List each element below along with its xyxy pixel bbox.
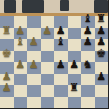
square-f1[interactable] [68,97,82,109]
square-g3[interactable] [81,74,95,86]
square-g4[interactable]: ♞ [81,62,95,74]
black-rook-f2[interactable]: ♜ [68,82,82,94]
square-a5[interactable]: ♚ [0,51,14,63]
tan-pawn-a2[interactable]: ♟ [0,82,14,94]
square-b3[interactable] [14,74,28,86]
square-e1[interactable] [54,97,68,109]
square-e6[interactable]: ♝ [54,39,68,51]
square-c2[interactable] [27,85,41,97]
square-b1[interactable] [14,97,28,109]
square-c6[interactable]: ♟ [27,39,41,51]
square-b4[interactable]: ♟ [14,62,28,74]
square-f4[interactable]: ♟ [68,62,82,74]
black-pawn-g6[interactable]: ♟ [81,36,95,48]
square-d4[interactable] [41,62,55,74]
square-d7[interactable]: ♟ [41,28,55,40]
tan-king-a5[interactable]: ♚ [0,48,14,60]
square-d6[interactable] [41,39,55,51]
square-a2[interactable]: ♟ [0,85,14,97]
square-e3[interactable] [54,74,68,86]
square-c8[interactable] [27,16,41,28]
square-a1[interactable] [0,97,14,109]
square-b2[interactable] [14,85,28,97]
tan-pawn-b4[interactable]: ♟ [14,59,28,71]
square-e4[interactable]: ♟ [54,62,68,74]
chess-board: ♝♜♜♟♟♟♟♟♝♟♝♟♟♚♚♟♟♟♟♞♟♟♟♜ [0,16,108,108]
square-d3[interactable] [41,74,55,86]
square-h1[interactable] [95,97,109,109]
square-g6[interactable]: ♟ [81,39,95,51]
square-c3[interactable] [27,74,41,86]
square-h5[interactable]: ♚ [95,51,109,63]
black-pawn-f4[interactable]: ♟ [68,59,82,71]
square-f8[interactable] [68,16,82,28]
square-e2[interactable] [54,85,68,97]
square-h2[interactable] [95,85,109,97]
square-d2[interactable] [41,85,55,97]
black-pawn-h6[interactable]: ♟ [95,36,109,48]
chess-photo-scene: ♝♜♜♟♟♟♟♟♝♟♝♟♟♚♚♟♟♟♟♞♟♟♟♜ [0,0,108,108]
wall-window-4 [94,0,108,13]
square-c4[interactable]: ♟ [27,62,41,74]
square-h3[interactable]: ♟ [95,74,109,86]
black-knight-g4[interactable]: ♞ [81,59,95,71]
tan-pawn-d7[interactable]: ♟ [41,25,55,37]
wall-window-2 [22,0,44,13]
square-a7[interactable]: ♜ [0,28,14,40]
black-king-h5[interactable]: ♚ [95,48,109,60]
black-pawn-h3[interactable]: ♟ [95,71,109,83]
black-bishop-g8[interactable]: ♝ [81,13,95,25]
square-g1[interactable] [81,97,95,109]
square-d1[interactable] [41,97,55,109]
black-pawn-e4[interactable]: ♟ [54,59,68,71]
black-rook-h8[interactable]: ♜ [95,13,109,25]
wall-window-3 [60,0,69,11]
tan-pawn-c6[interactable]: ♟ [27,36,41,48]
square-f6[interactable] [68,39,82,51]
square-f2[interactable]: ♜ [68,85,82,97]
black-bishop-e6[interactable]: ♝ [54,36,68,48]
tan-pawn-c4[interactable]: ♟ [27,59,41,71]
square-b6[interactable]: ♝ [14,39,28,51]
square-g2[interactable] [81,85,95,97]
square-d5[interactable] [41,51,55,63]
tan-rook-a7[interactable]: ♜ [0,25,14,37]
square-c1[interactable] [27,97,41,109]
square-f7[interactable] [68,28,82,40]
tan-bishop-b6[interactable]: ♝ [14,36,28,48]
wall-window-1 [4,0,16,13]
